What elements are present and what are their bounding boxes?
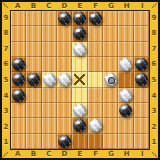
square-E7[interactable]: ● <box>72 42 87 57</box>
square-I9[interactable] <box>134 11 149 26</box>
white-king-G5[interactable]: ● <box>104 73 117 86</box>
square-H4[interactable]: ● <box>118 88 133 103</box>
square-H6[interactable]: ● <box>118 57 133 72</box>
black-piece-E8[interactable]: ● <box>73 27 86 40</box>
rank-label-8: 8 <box>2 29 10 37</box>
frame-corner-ornament <box>3 3 9 9</box>
black-piece-B5[interactable]: ● <box>27 73 40 86</box>
black-piece-H3[interactable]: ● <box>119 104 132 117</box>
black-piece-E9[interactable]: ● <box>73 12 86 25</box>
square-G8[interactable] <box>103 26 118 41</box>
white-piece-E7[interactable]: ● <box>73 43 86 56</box>
square-B2[interactable] <box>26 118 41 133</box>
square-B4[interactable] <box>26 88 41 103</box>
square-C6[interactable] <box>42 57 57 72</box>
black-piece-D1[interactable]: ● <box>58 135 71 148</box>
black-piece-A5[interactable]: ● <box>12 73 25 86</box>
square-G3[interactable] <box>103 103 118 118</box>
square-A1[interactable] <box>11 134 26 149</box>
square-D1[interactable]: ● <box>57 134 72 149</box>
file-labels-top: ABCDEFGHI <box>10 2 150 10</box>
tablut-board: ●●●●●●●●●●●●●●●●●●●●● <box>10 10 150 150</box>
square-G1[interactable] <box>103 134 118 149</box>
file-label-B: B <box>26 2 42 10</box>
file-label-I: I <box>134 2 150 10</box>
rank-label-4: 4 <box>150 92 158 100</box>
square-E4[interactable] <box>72 88 87 103</box>
square-I6[interactable]: ● <box>134 57 149 72</box>
square-E5-throne[interactable] <box>72 72 87 87</box>
square-B6[interactable] <box>26 57 41 72</box>
square-C7[interactable] <box>42 42 57 57</box>
square-G6[interactable] <box>103 57 118 72</box>
square-D6[interactable] <box>57 57 72 72</box>
file-labels-bottom: ABCDEFGHI <box>10 150 150 158</box>
square-H2[interactable] <box>118 118 133 133</box>
square-F1[interactable] <box>88 134 103 149</box>
square-C1[interactable] <box>42 134 57 149</box>
square-F8[interactable] <box>88 26 103 41</box>
rank-label-5: 5 <box>150 76 158 84</box>
square-E1[interactable] <box>72 134 87 149</box>
rank-label-4: 4 <box>2 92 10 100</box>
white-piece-F2[interactable]: ● <box>89 119 102 132</box>
file-label-D: D <box>57 150 73 158</box>
black-piece-A6[interactable]: ● <box>12 58 25 71</box>
rank-label-1: 1 <box>2 138 10 146</box>
black-piece-I6[interactable]: ● <box>135 58 148 71</box>
file-label-A: A <box>10 2 26 10</box>
square-F3[interactable] <box>88 103 103 118</box>
square-A9[interactable] <box>11 11 26 26</box>
square-H3[interactable]: ● <box>118 103 133 118</box>
square-A3[interactable] <box>11 103 26 118</box>
square-F6[interactable] <box>88 57 103 72</box>
frame-corner-ornament <box>152 152 158 158</box>
square-F9[interactable]: ● <box>88 11 103 26</box>
square-C3[interactable] <box>42 103 57 118</box>
square-E3[interactable]: ● <box>72 103 87 118</box>
black-piece-E2[interactable]: ● <box>73 119 86 132</box>
square-C9[interactable] <box>42 11 57 26</box>
square-G9[interactable] <box>103 11 118 26</box>
rank-labels-right: 987654321 <box>150 10 158 150</box>
square-F2[interactable]: ● <box>88 118 103 133</box>
file-label-B: B <box>26 150 42 158</box>
square-C8[interactable] <box>42 26 57 41</box>
square-F7[interactable] <box>88 42 103 57</box>
square-H1[interactable] <box>118 134 133 149</box>
square-E2[interactable]: ● <box>72 118 87 133</box>
square-C4[interactable] <box>42 88 57 103</box>
square-F4[interactable] <box>88 88 103 103</box>
square-D7[interactable] <box>57 42 72 57</box>
square-D2[interactable] <box>57 118 72 133</box>
square-A5[interactable]: ● <box>11 72 26 87</box>
square-H7[interactable] <box>118 42 133 57</box>
square-F5[interactable] <box>88 72 103 87</box>
rank-label-7: 7 <box>150 45 158 53</box>
square-B9[interactable] <box>26 11 41 26</box>
square-G4[interactable] <box>103 88 118 103</box>
file-label-G: G <box>103 2 119 10</box>
square-H9[interactable] <box>118 11 133 26</box>
square-B3[interactable] <box>26 103 41 118</box>
rank-labels-left: 987654321 <box>2 10 10 150</box>
file-label-C: C <box>41 2 57 10</box>
square-I3[interactable] <box>134 103 149 118</box>
square-B7[interactable] <box>26 42 41 57</box>
rank-label-9: 9 <box>2 14 10 22</box>
square-A6[interactable]: ● <box>11 57 26 72</box>
square-D5[interactable]: ● <box>57 72 72 87</box>
file-label-E: E <box>72 2 88 10</box>
white-piece-H6[interactable]: ● <box>119 58 132 71</box>
square-C2[interactable] <box>42 118 57 133</box>
rank-label-2: 2 <box>150 123 158 131</box>
square-A4[interactable]: ● <box>11 88 26 103</box>
rank-label-1: 1 <box>150 138 158 146</box>
white-piece-D5[interactable]: ● <box>58 73 71 86</box>
black-piece-D9[interactable]: ● <box>58 12 71 25</box>
file-label-E: E <box>72 150 88 158</box>
square-D9[interactable]: ● <box>57 11 72 26</box>
square-A7[interactable] <box>11 42 26 57</box>
black-piece-I5[interactable]: ● <box>135 73 148 86</box>
square-B1[interactable] <box>26 134 41 149</box>
white-piece-H4[interactable]: ● <box>119 89 132 102</box>
black-piece-A4[interactable]: ● <box>12 89 25 102</box>
square-G2[interactable] <box>103 118 118 133</box>
square-E9[interactable]: ● <box>72 11 87 26</box>
rank-label-9: 9 <box>150 14 158 22</box>
white-piece-E3[interactable]: ● <box>73 104 86 117</box>
square-C5[interactable]: ● <box>42 72 57 87</box>
file-label-D: D <box>57 2 73 10</box>
rank-label-2: 2 <box>2 123 10 131</box>
square-B5[interactable]: ● <box>26 72 41 87</box>
rank-label-7: 7 <box>2 45 10 53</box>
file-label-H: H <box>119 150 135 158</box>
square-G7[interactable] <box>103 42 118 57</box>
file-label-G: G <box>103 150 119 158</box>
board-frame: ABCDEFGHI ABCDEFGHI 987654321 987654321 … <box>0 0 160 160</box>
file-label-F: F <box>88 2 104 10</box>
white-piece-C5[interactable]: ● <box>43 73 56 86</box>
square-I2[interactable] <box>134 118 149 133</box>
rank-label-8: 8 <box>150 29 158 37</box>
square-A2[interactable] <box>11 118 26 133</box>
square-I1[interactable] <box>134 134 149 149</box>
square-H8[interactable] <box>118 26 133 41</box>
square-I5[interactable]: ● <box>134 72 149 87</box>
rank-label-5: 5 <box>2 76 10 84</box>
file-label-H: H <box>119 2 135 10</box>
frame-corner-ornament <box>3 152 9 158</box>
square-H5[interactable] <box>118 72 133 87</box>
frame-corner-ornament <box>152 3 158 9</box>
file-label-F: F <box>88 150 104 158</box>
square-G5[interactable]: ● <box>103 72 118 87</box>
rank-label-3: 3 <box>2 107 10 115</box>
square-D4[interactable] <box>57 88 72 103</box>
rank-label-3: 3 <box>150 107 158 115</box>
rank-label-6: 6 <box>150 60 158 68</box>
rank-label-6: 6 <box>2 60 10 68</box>
square-I4[interactable] <box>134 88 149 103</box>
square-I8[interactable] <box>134 26 149 41</box>
square-A8[interactable] <box>11 26 26 41</box>
file-label-A: A <box>10 150 26 158</box>
square-E6[interactable] <box>72 57 87 72</box>
square-D8[interactable] <box>57 26 72 41</box>
square-E8[interactable]: ● <box>72 26 87 41</box>
file-label-I: I <box>134 150 150 158</box>
black-piece-F9[interactable]: ● <box>89 12 102 25</box>
square-I7[interactable] <box>134 42 149 57</box>
square-D3[interactable] <box>57 103 72 118</box>
file-label-C: C <box>41 150 57 158</box>
square-B8[interactable] <box>26 26 41 41</box>
